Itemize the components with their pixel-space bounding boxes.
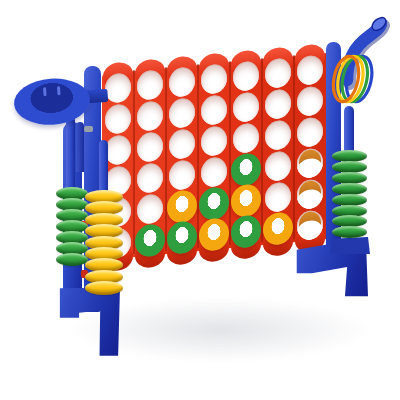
board-hole (265, 57, 291, 88)
disc-green (167, 220, 197, 255)
ring-stack-left-yellow (85, 190, 123, 296)
disc-yellow (167, 189, 197, 224)
board-cell-r3c7 (294, 115, 326, 149)
post-clip-gray (84, 126, 93, 132)
board-cell-r1c6 (262, 56, 294, 90)
disc-edge-visible (299, 179, 322, 206)
board-hole (137, 162, 163, 193)
board-cell-r3c6 (262, 118, 294, 152)
board-cell-r2c7 (294, 84, 326, 118)
board-hole (169, 128, 195, 159)
board-cell-r4c2 (134, 161, 166, 195)
hoop-ridge (43, 87, 47, 96)
ring-stack-right-green (332, 150, 367, 242)
board-hole (297, 178, 323, 209)
disc-yellow (231, 183, 261, 218)
board-cell-r1c2 (134, 68, 166, 102)
board-cell-r6c3 (166, 220, 198, 254)
board-hole (137, 69, 163, 100)
disc-green (231, 152, 261, 187)
board-hole (297, 85, 323, 116)
board-hole (169, 66, 195, 97)
board-cell-r6c6 (262, 211, 294, 245)
product-photo-canvas (0, 0, 400, 400)
board-hole (297, 147, 323, 178)
board-hole (105, 134, 131, 165)
board-hole (169, 97, 195, 128)
board-hole (201, 125, 227, 156)
board-cell-r2c3 (166, 96, 198, 130)
board-cell-r6c7 (294, 208, 326, 242)
frame-pole-stub (76, 122, 84, 172)
board-cell-r5c4 (198, 186, 230, 220)
board-cell-r2c5 (230, 90, 262, 124)
board-cell-r5c7 (294, 177, 326, 211)
board-cell-r3c4 (198, 124, 230, 158)
stacked-ring (332, 172, 367, 184)
board-cell-r4c4 (198, 155, 230, 189)
connect4-board (102, 41, 332, 274)
board-cell-r6c2 (134, 223, 166, 257)
board-cell-r5c3 (166, 189, 198, 223)
board-cell-r2c4 (198, 93, 230, 127)
board-cell-r3c5 (230, 121, 262, 155)
stacked-ring (332, 226, 367, 238)
disc-green (199, 186, 229, 221)
board-cell-r4c6 (262, 149, 294, 183)
board-hole (201, 63, 227, 94)
board-cell-r3c3 (166, 127, 198, 161)
disc-green (231, 214, 261, 249)
board-cell-r5c5 (230, 183, 262, 217)
board-cell-r5c6 (262, 180, 294, 214)
board-cell-r4c3 (166, 158, 198, 192)
stacked-ring (56, 253, 88, 266)
board-cell-r6c5 (230, 214, 262, 248)
board-hole (265, 88, 291, 119)
board-hole (233, 122, 259, 153)
board-hole (137, 131, 163, 162)
hoop-rim (13, 76, 92, 127)
board-hole (137, 100, 163, 131)
board-cell-r6c4 (198, 217, 230, 251)
board-hole (169, 159, 195, 190)
disc-yellow (263, 211, 293, 246)
ring-toss-hook-group (328, 16, 400, 112)
basketball-hoop (12, 71, 112, 132)
board-hole (233, 91, 259, 122)
board-hole (233, 60, 259, 91)
board-cell-r1c5 (230, 59, 262, 93)
disc-edge-visible (299, 210, 322, 237)
hoop-ridge (57, 86, 61, 95)
board-hole (297, 209, 323, 240)
disc-edge-visible (299, 148, 322, 175)
ring-stack-pole-left-green (66, 116, 75, 196)
board-hole (265, 119, 291, 150)
board-cell-r1c7 (294, 53, 326, 87)
board-hole (297, 116, 323, 147)
board-cell-r2c2 (134, 99, 166, 133)
board-cell-r4c5 (230, 152, 262, 186)
stacked-ring (332, 183, 367, 195)
disc-green (135, 223, 165, 258)
board-cell-r5c2 (134, 192, 166, 226)
board-hole (201, 94, 227, 125)
board-hole (201, 156, 227, 187)
board-hole (137, 193, 163, 224)
board-cell-r2c6 (262, 87, 294, 121)
board-cell-r3c2 (134, 130, 166, 164)
board-grid (102, 53, 326, 260)
disc-yellow (199, 217, 229, 252)
board-cell-r1c3 (166, 65, 198, 99)
board-hole (265, 150, 291, 181)
board-cell-r1c4 (198, 62, 230, 96)
stacked-ring (332, 194, 367, 206)
ring-stack-left-green (56, 187, 88, 269)
board-hole (265, 181, 291, 212)
board-cell-r4c7 (294, 146, 326, 180)
stacked-ring (85, 281, 123, 295)
board-hole (297, 54, 323, 85)
